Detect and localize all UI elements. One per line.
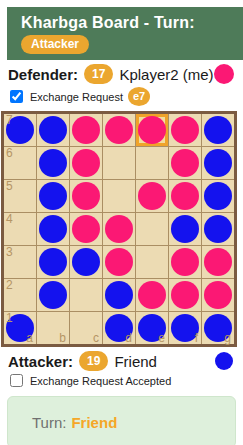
attacker-piece-b6 <box>39 149 67 177</box>
row-label-7: 7 <box>6 114 13 127</box>
cell-f2[interactable] <box>169 279 201 311</box>
defender-piece-d7 <box>105 116 133 144</box>
defender-piece-c5 <box>72 182 100 210</box>
cell-b4[interactable] <box>37 213 69 245</box>
cell-c6[interactable] <box>70 147 102 179</box>
col-label-c: c <box>93 332 99 345</box>
turn-panel-label: Turn: <box>32 414 66 431</box>
cell-g5[interactable] <box>202 180 234 212</box>
defender-piece-c4 <box>72 215 100 243</box>
col-label-d: d <box>125 332 132 345</box>
cell-b2[interactable] <box>37 279 69 311</box>
attacker-exchange-checkbox[interactable] <box>10 374 23 387</box>
defender-piece-f7 <box>171 116 199 144</box>
cell-d4[interactable] <box>103 213 135 245</box>
defender-exchange-checkbox[interactable] <box>10 90 23 103</box>
row-label-1: 1 <box>6 312 13 325</box>
attacker-piece-c3 <box>72 248 100 276</box>
cell-c2[interactable] <box>70 279 102 311</box>
cell-g3[interactable] <box>202 246 234 278</box>
defender-piece-d3 <box>105 248 133 276</box>
cell-c3[interactable] <box>70 246 102 278</box>
cell-a1[interactable]: 1a <box>4 312 36 344</box>
cell-g2[interactable] <box>202 279 234 311</box>
col-label-a: a <box>26 332 33 345</box>
cell-b1[interactable]: b <box>37 312 69 344</box>
cell-e2[interactable] <box>136 279 168 311</box>
defender-row: Defender: 17 Kplayer2 (me) <box>0 60 243 85</box>
defender-piece-f5 <box>171 182 199 210</box>
cell-f6[interactable] <box>169 147 201 179</box>
attacker-piece-b5 <box>39 182 67 210</box>
cell-g1[interactable]: g <box>202 312 234 344</box>
cell-g6[interactable] <box>202 147 234 179</box>
attacker-piece-f4 <box>171 215 199 243</box>
cell-d1[interactable]: d <box>103 312 135 344</box>
row-label-2: 2 <box>6 279 13 292</box>
cell-e4[interactable] <box>136 213 168 245</box>
col-label-b: b <box>59 332 66 345</box>
cell-g4[interactable] <box>202 213 234 245</box>
defender-piece-c6 <box>72 149 100 177</box>
cell-f1[interactable]: f <box>169 312 201 344</box>
attacker-piece-d2 <box>105 281 133 309</box>
cell-b3[interactable] <box>37 246 69 278</box>
row-label-5: 5 <box>6 180 13 193</box>
cell-f5[interactable] <box>169 180 201 212</box>
cell-a7[interactable]: 7 <box>4 114 36 146</box>
cell-e5[interactable] <box>136 180 168 212</box>
attacker-piece-b4 <box>39 215 67 243</box>
attacker-row: Attacker: 19 Friend <box>0 347 243 372</box>
col-label-f: f <box>195 332 198 345</box>
defender-piece-d4 <box>105 215 133 243</box>
defender-piece-f6 <box>171 149 199 177</box>
attacker-piece-b2 <box>39 281 67 309</box>
cell-a2[interactable]: 2 <box>4 279 36 311</box>
defender-piece-e7 <box>138 116 166 144</box>
kharbga-board: 7654321abcdefg <box>1 111 237 347</box>
exchange-cell-badge: e7 <box>128 87 150 106</box>
attacker-piece-b7 <box>39 116 67 144</box>
cell-g7[interactable] <box>202 114 234 146</box>
attacker-piece-g7 <box>204 116 232 144</box>
attacker-exchange-row: Exchange Request Accepted <box>0 372 243 390</box>
attacker-label: Attacker: <box>8 353 73 370</box>
cell-c5[interactable] <box>70 180 102 212</box>
cell-b5[interactable] <box>37 180 69 212</box>
attacker-piece-b3 <box>39 248 67 276</box>
defender-name: Kplayer2 (me) <box>119 66 213 83</box>
cell-d7[interactable] <box>103 114 135 146</box>
cell-a6[interactable]: 6 <box>4 147 36 179</box>
defender-piece-c7 <box>72 116 100 144</box>
defender-exchange-row: Exchange Request e7 <box>0 85 243 109</box>
defender-piece-g3 <box>204 248 232 276</box>
cell-a5[interactable]: 5 <box>4 180 36 212</box>
cell-c4[interactable] <box>70 213 102 245</box>
defender-color-dot <box>214 64 234 84</box>
cell-f7[interactable] <box>169 114 201 146</box>
attacker-piece-g6 <box>204 149 232 177</box>
turn-badge: Attacker <box>21 35 89 54</box>
col-label-e: e <box>158 332 165 345</box>
attacker-piece-g5 <box>204 182 232 210</box>
defender-count-badge: 17 <box>84 64 113 84</box>
cell-f4[interactable] <box>169 213 201 245</box>
cell-a4[interactable]: 4 <box>4 213 36 245</box>
cell-a3[interactable]: 3 <box>4 246 36 278</box>
cell-e7[interactable] <box>136 114 168 146</box>
defender-piece-e5 <box>138 182 166 210</box>
cell-c1[interactable]: c <box>70 312 102 344</box>
defender-piece-g2 <box>204 281 232 309</box>
cell-e6[interactable] <box>136 147 168 179</box>
attacker-piece-g4 <box>204 215 232 243</box>
row-label-6: 6 <box>6 147 13 160</box>
cell-d2[interactable] <box>103 279 135 311</box>
attacker-name: Friend <box>114 353 157 370</box>
row-label-3: 3 <box>6 246 13 259</box>
defender-piece-f2 <box>171 281 199 309</box>
defender-piece-e2 <box>138 281 166 309</box>
cell-e3[interactable] <box>136 246 168 278</box>
page-title: Kharbga Board - Turn: <box>21 14 239 31</box>
turn-panel: Turn: Friend <box>7 396 236 445</box>
attacker-exchange-label: Exchange Request Accepted <box>30 375 171 387</box>
row-label-4: 4 <box>6 213 13 226</box>
cell-b6[interactable] <box>37 147 69 179</box>
defender-piece-f3 <box>171 248 199 276</box>
cell-c7[interactable] <box>70 114 102 146</box>
cell-b7[interactable] <box>37 114 69 146</box>
defender-exchange-label: Exchange Request <box>30 91 123 103</box>
attacker-count-badge: 19 <box>79 351 108 371</box>
cell-f3[interactable] <box>169 246 201 278</box>
cell-d3[interactable] <box>103 246 135 278</box>
header: Kharbga Board - Turn: Attacker <box>7 7 243 60</box>
col-label-g: g <box>224 332 231 345</box>
cell-d6[interactable] <box>103 147 135 179</box>
turn-panel-value: Friend <box>71 414 117 431</box>
attacker-color-dot <box>215 352 233 370</box>
cell-e1[interactable]: e <box>136 312 168 344</box>
defender-label: Defender: <box>8 66 78 83</box>
cell-d5[interactable] <box>103 180 135 212</box>
